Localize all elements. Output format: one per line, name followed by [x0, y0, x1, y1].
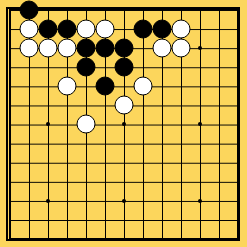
intersection-c12-r8[interactable]: [209, 133, 228, 152]
intersection-c2-r13[interactable]: [19, 228, 38, 247]
intersection-c9-r13[interactable]: [152, 228, 171, 247]
intersection-c13-r4[interactable]: [228, 57, 247, 76]
intersection-c11-r2[interactable]: [190, 19, 209, 38]
intersection-c5-r6[interactable]: [76, 95, 95, 114]
intersection-c11-r11[interactable]: [190, 190, 209, 209]
intersection-c13-r2[interactable]: [228, 19, 247, 38]
intersection-c8-r7[interactable]: [133, 114, 152, 133]
intersection-c2-r12[interactable]: [19, 209, 38, 228]
intersection-c4-r11[interactable]: [57, 190, 76, 209]
intersection-c3-r4[interactable]: [38, 57, 57, 76]
intersection-c1-r9[interactable]: [0, 152, 19, 171]
intersection-c2-r9[interactable]: [19, 152, 38, 171]
intersection-c1-r6[interactable]: [0, 95, 19, 114]
intersection-c11-r3[interactable]: [190, 38, 209, 57]
intersection-c4-r9[interactable]: [57, 152, 76, 171]
intersection-c8-r12[interactable]: [133, 209, 152, 228]
intersection-c13-r7[interactable]: [228, 114, 247, 133]
intersection-c2-r7[interactable]: [19, 114, 38, 133]
intersection-c5-r10[interactable]: [76, 171, 95, 190]
intersection-c9-r9[interactable]: [152, 152, 171, 171]
intersection-c6-r13[interactable]: [95, 228, 114, 247]
intersection-c6-r7[interactable]: [95, 114, 114, 133]
intersection-c5-r3[interactable]: [76, 38, 95, 57]
intersection-c10-r10[interactable]: [171, 171, 190, 190]
intersection-c3-r2[interactable]: [38, 19, 57, 38]
intersection-c13-r9[interactable]: [228, 152, 247, 171]
intersection-c4-r12[interactable]: [57, 209, 76, 228]
intersection-c7-r4[interactable]: [114, 57, 133, 76]
intersection-c5-r7[interactable]: [76, 114, 95, 133]
intersection-c3-r8[interactable]: [38, 133, 57, 152]
white-stone[interactable]: [38, 38, 57, 57]
intersection-c13-r11[interactable]: [228, 190, 247, 209]
intersection-c9-r2[interactable]: [152, 19, 171, 38]
intersection-c4-r13[interactable]: [57, 228, 76, 247]
intersection-c4-r8[interactable]: [57, 133, 76, 152]
intersection-c2-r3[interactable]: [19, 38, 38, 57]
intersection-c6-r2[interactable]: [95, 19, 114, 38]
intersection-c10-r13[interactable]: [171, 228, 190, 247]
intersection-c3-r13[interactable]: [38, 228, 57, 247]
intersection-c5-r11[interactable]: [76, 190, 95, 209]
intersection-c11-r5[interactable]: [190, 76, 209, 95]
intersection-c2-r1[interactable]: [19, 0, 38, 19]
intersection-c4-r5[interactable]: [57, 76, 76, 95]
intersection-c7-r3[interactable]: [114, 38, 133, 57]
black-stone[interactable]: [95, 38, 114, 57]
intersection-c12-r4[interactable]: [209, 57, 228, 76]
intersection-c11-r4[interactable]: [190, 57, 209, 76]
intersection-c13-r10[interactable]: [228, 171, 247, 190]
intersection-c8-r8[interactable]: [133, 133, 152, 152]
intersection-c2-r2[interactable]: [19, 19, 38, 38]
intersection-c6-r5[interactable]: [95, 76, 114, 95]
intersection-c3-r11[interactable]: [38, 190, 57, 209]
intersection-c12-r1[interactable]: [209, 0, 228, 19]
intersection-c3-r5[interactable]: [38, 76, 57, 95]
intersection-c1-r11[interactable]: [0, 190, 19, 209]
intersection-c5-r8[interactable]: [76, 133, 95, 152]
intersection-c3-r3[interactable]: [38, 38, 57, 57]
intersection-c1-r7[interactable]: [0, 114, 19, 133]
intersection-c6-r3[interactable]: [95, 38, 114, 57]
intersection-c12-r11[interactable]: [209, 190, 228, 209]
intersection-c13-r5[interactable]: [228, 76, 247, 95]
intersection-c9-r7[interactable]: [152, 114, 171, 133]
intersection-c6-r12[interactable]: [95, 209, 114, 228]
intersection-c6-r1[interactable]: [95, 0, 114, 19]
black-stone[interactable]: [76, 57, 95, 76]
intersection-c10-r4[interactable]: [171, 57, 190, 76]
intersection-c7-r12[interactable]: [114, 209, 133, 228]
intersection-c8-r11[interactable]: [133, 190, 152, 209]
intersection-c11-r1[interactable]: [190, 0, 209, 19]
white-stone[interactable]: [171, 38, 190, 57]
intersection-c10-r12[interactable]: [171, 209, 190, 228]
intersection-c12-r6[interactable]: [209, 95, 228, 114]
intersection-c13-r8[interactable]: [228, 133, 247, 152]
intersection-c8-r5[interactable]: [133, 76, 152, 95]
intersection-c10-r1[interactable]: [171, 0, 190, 19]
intersection-c7-r13[interactable]: [114, 228, 133, 247]
white-stone[interactable]: [76, 19, 95, 38]
intersection-c8-r4[interactable]: [133, 57, 152, 76]
intersection-c7-r7[interactable]: [114, 114, 133, 133]
intersection-c4-r3[interactable]: [57, 38, 76, 57]
intersection-c11-r12[interactable]: [190, 209, 209, 228]
white-stone[interactable]: [76, 114, 95, 133]
intersection-c11-r7[interactable]: [190, 114, 209, 133]
intersection-c4-r10[interactable]: [57, 171, 76, 190]
black-stone[interactable]: [152, 19, 171, 38]
intersection-c1-r1[interactable]: [0, 0, 19, 19]
intersection-c10-r11[interactable]: [171, 190, 190, 209]
intersection-c12-r5[interactable]: [209, 76, 228, 95]
intersection-c7-r11[interactable]: [114, 190, 133, 209]
intersection-c5-r9[interactable]: [76, 152, 95, 171]
intersection-c6-r10[interactable]: [95, 171, 114, 190]
intersection-c1-r13[interactable]: [0, 228, 19, 247]
intersection-c10-r2[interactable]: [171, 19, 190, 38]
intersection-c7-r10[interactable]: [114, 171, 133, 190]
intersection-c8-r10[interactable]: [133, 171, 152, 190]
intersection-c10-r5[interactable]: [171, 76, 190, 95]
black-stone[interactable]: [76, 38, 95, 57]
intersection-c10-r9[interactable]: [171, 152, 190, 171]
white-stone[interactable]: [19, 38, 38, 57]
intersection-c10-r8[interactable]: [171, 133, 190, 152]
white-stone[interactable]: [133, 76, 152, 95]
white-stone[interactable]: [19, 19, 38, 38]
intersection-c12-r2[interactable]: [209, 19, 228, 38]
intersection-c2-r4[interactable]: [19, 57, 38, 76]
intersection-c12-r7[interactable]: [209, 114, 228, 133]
intersection-c9-r12[interactable]: [152, 209, 171, 228]
go-board-screenshot: [0, 0, 247, 247]
intersection-c12-r12[interactable]: [209, 209, 228, 228]
intersection-c13-r12[interactable]: [228, 209, 247, 228]
intersection-c3-r7[interactable]: [38, 114, 57, 133]
intersection-c4-r2[interactable]: [57, 19, 76, 38]
intersection-c5-r13[interactable]: [76, 228, 95, 247]
intersection-c5-r4[interactable]: [76, 57, 95, 76]
intersection-c10-r6[interactable]: [171, 95, 190, 114]
black-stone[interactable]: [95, 76, 114, 95]
white-stone[interactable]: [152, 38, 171, 57]
intersection-c13-r6[interactable]: [228, 95, 247, 114]
intersection-c2-r11[interactable]: [19, 190, 38, 209]
intersection-c5-r1[interactable]: [76, 0, 95, 19]
intersection-c6-r4[interactable]: [95, 57, 114, 76]
intersection-c13-r13[interactable]: [228, 228, 247, 247]
intersection-c11-r6[interactable]: [190, 95, 209, 114]
intersection-c1-r12[interactable]: [0, 209, 19, 228]
intersection-c12-r9[interactable]: [209, 152, 228, 171]
black-stone[interactable]: [114, 38, 133, 57]
intersection-c9-r8[interactable]: [152, 133, 171, 152]
intersection-c3-r9[interactable]: [38, 152, 57, 171]
intersection-c5-r5[interactable]: [76, 76, 95, 95]
intersection-c6-r11[interactable]: [95, 190, 114, 209]
intersection-c2-r6[interactable]: [19, 95, 38, 114]
intersection-c8-r6[interactable]: [133, 95, 152, 114]
intersection-c8-r3[interactable]: [133, 38, 152, 57]
intersection-c6-r6[interactable]: [95, 95, 114, 114]
intersection-c11-r13[interactable]: [190, 228, 209, 247]
black-stone[interactable]: [38, 19, 57, 38]
intersection-c1-r5[interactable]: [0, 76, 19, 95]
intersection-c9-r6[interactable]: [152, 95, 171, 114]
intersection-c9-r10[interactable]: [152, 171, 171, 190]
intersection-c11-r8[interactable]: [190, 133, 209, 152]
white-stone[interactable]: [171, 19, 190, 38]
black-stone[interactable]: [57, 19, 76, 38]
intersection-c1-r3[interactable]: [0, 38, 19, 57]
intersection-c6-r8[interactable]: [95, 133, 114, 152]
intersection-c11-r10[interactable]: [190, 171, 209, 190]
intersection-c8-r9[interactable]: [133, 152, 152, 171]
intersection-c8-r13[interactable]: [133, 228, 152, 247]
intersection-c1-r4[interactable]: [0, 57, 19, 76]
intersection-c3-r10[interactable]: [38, 171, 57, 190]
intersection-c7-r2[interactable]: [114, 19, 133, 38]
intersection-c9-r4[interactable]: [152, 57, 171, 76]
intersection-c12-r10[interactable]: [209, 171, 228, 190]
intersection-c5-r2[interactable]: [76, 19, 95, 38]
intersection-c7-r6[interactable]: [114, 95, 133, 114]
intersection-c9-r1[interactable]: [152, 0, 171, 19]
intersection-c6-r9[interactable]: [95, 152, 114, 171]
intersection-c7-r9[interactable]: [114, 152, 133, 171]
intersection-c10-r7[interactable]: [171, 114, 190, 133]
intersection-c4-r6[interactable]: [57, 95, 76, 114]
intersection-c9-r3[interactable]: [152, 38, 171, 57]
white-stone[interactable]: [57, 38, 76, 57]
intersection-c4-r1[interactable]: [57, 0, 76, 19]
intersection-c4-r4[interactable]: [57, 57, 76, 76]
white-stone[interactable]: [57, 76, 76, 95]
intersection-c5-r12[interactable]: [76, 209, 95, 228]
intersection-c1-r2[interactable]: [0, 19, 19, 38]
black-stone[interactable]: [19, 0, 38, 19]
intersection-c3-r12[interactable]: [38, 209, 57, 228]
intersection-c13-r3[interactable]: [228, 38, 247, 57]
intersection-c1-r10[interactable]: [0, 171, 19, 190]
intersection-c11-r9[interactable]: [190, 152, 209, 171]
intersection-c3-r6[interactable]: [38, 95, 57, 114]
intersection-c8-r1[interactable]: [133, 0, 152, 19]
black-stone[interactable]: [114, 57, 133, 76]
intersection-c2-r8[interactable]: [19, 133, 38, 152]
intersection-c3-r1[interactable]: [38, 0, 57, 19]
intersection-c7-r8[interactable]: [114, 133, 133, 152]
intersection-c10-r3[interactable]: [171, 38, 190, 57]
go-board[interactable]: [0, 0, 247, 247]
intersection-c7-r5[interactable]: [114, 76, 133, 95]
white-stone[interactable]: [95, 19, 114, 38]
intersection-c9-r5[interactable]: [152, 76, 171, 95]
intersection-c7-r1[interactable]: [114, 0, 133, 19]
intersection-c13-r1[interactable]: [228, 0, 247, 19]
intersection-c12-r3[interactable]: [209, 38, 228, 57]
intersection-c1-r8[interactable]: [0, 133, 19, 152]
intersection-c4-r7[interactable]: [57, 114, 76, 133]
intersection-c12-r13[interactable]: [209, 228, 228, 247]
intersection-c2-r10[interactable]: [19, 171, 38, 190]
intersection-c2-r5[interactable]: [19, 76, 38, 95]
intersection-c9-r11[interactable]: [152, 190, 171, 209]
intersection-c8-r2[interactable]: [133, 19, 152, 38]
white-stone[interactable]: [114, 95, 133, 114]
black-stone[interactable]: [133, 19, 152, 38]
